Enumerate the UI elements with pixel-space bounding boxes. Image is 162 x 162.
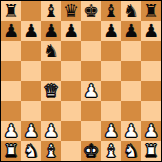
square-c5[interactable]	[41, 61, 61, 81]
square-b6[interactable]	[21, 41, 41, 61]
piece-white-pawn[interactable]: ♟	[143, 121, 159, 141]
chess-board: ♜♝♛♚♝♞♜♟♟♟♟♟♟♟♞♛♟♟♟♟♟♟♟♜♞♝♚♝♞♜	[0, 0, 162, 162]
square-c4[interactable]: ♛	[41, 81, 61, 101]
square-f2[interactable]: ♟	[101, 121, 121, 141]
square-a4[interactable]	[1, 81, 21, 101]
piece-white-rook[interactable]: ♜	[143, 141, 159, 161]
piece-white-queen[interactable]: ♛	[43, 81, 59, 101]
piece-white-pawn[interactable]: ♟	[23, 121, 39, 141]
square-a1[interactable]: ♜	[1, 141, 21, 161]
piece-white-rook[interactable]: ♜	[3, 141, 19, 161]
square-f8[interactable]: ♝	[101, 1, 121, 21]
piece-black-knight[interactable]: ♞	[43, 41, 59, 61]
square-a6[interactable]	[1, 41, 21, 61]
square-g3[interactable]	[121, 101, 141, 121]
square-c2[interactable]: ♟	[41, 121, 61, 141]
square-h5[interactable]	[141, 61, 161, 81]
square-g1[interactable]: ♞	[121, 141, 141, 161]
square-e3[interactable]	[81, 101, 101, 121]
piece-white-pawn[interactable]: ♟	[83, 81, 99, 101]
square-b8[interactable]	[21, 1, 41, 21]
square-h2[interactable]: ♟	[141, 121, 161, 141]
square-e2[interactable]	[81, 121, 101, 141]
square-h6[interactable]	[141, 41, 161, 61]
piece-white-knight[interactable]: ♞	[23, 141, 39, 161]
piece-black-bishop[interactable]: ♝	[43, 1, 59, 21]
square-h4[interactable]	[141, 81, 161, 101]
square-e5[interactable]	[81, 61, 101, 81]
square-h7[interactable]: ♟	[141, 21, 161, 41]
square-d6[interactable]	[61, 41, 81, 61]
square-b1[interactable]: ♞	[21, 141, 41, 161]
piece-black-pawn[interactable]: ♟	[23, 21, 39, 41]
piece-black-pawn[interactable]: ♟	[123, 21, 139, 41]
piece-black-king[interactable]: ♚	[83, 1, 99, 21]
piece-white-knight[interactable]: ♞	[123, 141, 139, 161]
square-h8[interactable]: ♜	[141, 1, 161, 21]
square-g6[interactable]	[121, 41, 141, 61]
square-f7[interactable]: ♟	[101, 21, 121, 41]
piece-black-pawn[interactable]: ♟	[3, 21, 19, 41]
square-f6[interactable]	[101, 41, 121, 61]
square-b4[interactable]	[21, 81, 41, 101]
square-g4[interactable]	[121, 81, 141, 101]
square-b7[interactable]: ♟	[21, 21, 41, 41]
square-e1[interactable]: ♚	[81, 141, 101, 161]
square-g8[interactable]: ♞	[121, 1, 141, 21]
square-c7[interactable]: ♟	[41, 21, 61, 41]
piece-black-pawn[interactable]: ♟	[143, 21, 159, 41]
square-d7[interactable]: ♟	[61, 21, 81, 41]
piece-white-pawn[interactable]: ♟	[3, 121, 19, 141]
square-f1[interactable]: ♝	[101, 141, 121, 161]
piece-white-king[interactable]: ♚	[83, 141, 99, 161]
square-a3[interactable]	[1, 101, 21, 121]
chess-board-grid: ♜♝♛♚♝♞♜♟♟♟♟♟♟♟♞♛♟♟♟♟♟♟♟♜♞♝♚♝♞♜	[1, 1, 161, 161]
square-d8[interactable]: ♛	[61, 1, 81, 21]
square-g2[interactable]: ♟	[121, 121, 141, 141]
square-d1[interactable]	[61, 141, 81, 161]
square-c6[interactable]: ♞	[41, 41, 61, 61]
square-d2[interactable]	[61, 121, 81, 141]
square-h3[interactable]	[141, 101, 161, 121]
square-d4[interactable]	[61, 81, 81, 101]
square-e8[interactable]: ♚	[81, 1, 101, 21]
piece-white-pawn[interactable]: ♟	[103, 121, 119, 141]
square-a8[interactable]: ♜	[1, 1, 21, 21]
square-d3[interactable]	[61, 101, 81, 121]
square-f4[interactable]	[101, 81, 121, 101]
square-c1[interactable]: ♝	[41, 141, 61, 161]
square-d5[interactable]	[61, 61, 81, 81]
piece-white-pawn[interactable]: ♟	[123, 121, 139, 141]
square-a2[interactable]: ♟	[1, 121, 21, 141]
square-a7[interactable]: ♟	[1, 21, 21, 41]
square-e6[interactable]	[81, 41, 101, 61]
piece-black-knight[interactable]: ♞	[123, 1, 139, 21]
square-c8[interactable]: ♝	[41, 1, 61, 21]
piece-black-pawn[interactable]: ♟	[63, 21, 79, 41]
square-b5[interactable]	[21, 61, 41, 81]
piece-black-queen[interactable]: ♛	[63, 1, 79, 21]
square-b3[interactable]	[21, 101, 41, 121]
piece-white-bishop[interactable]: ♝	[103, 141, 119, 161]
piece-white-pawn[interactable]: ♟	[43, 121, 59, 141]
piece-black-bishop[interactable]: ♝	[103, 1, 119, 21]
piece-black-pawn[interactable]: ♟	[103, 21, 119, 41]
piece-black-rook[interactable]: ♜	[143, 1, 159, 21]
square-c3[interactable]	[41, 101, 61, 121]
square-f3[interactable]	[101, 101, 121, 121]
square-e4[interactable]: ♟	[81, 81, 101, 101]
square-a5[interactable]	[1, 61, 21, 81]
square-g5[interactable]	[121, 61, 141, 81]
piece-white-bishop[interactable]: ♝	[43, 141, 59, 161]
square-h1[interactable]: ♜	[141, 141, 161, 161]
square-e7[interactable]	[81, 21, 101, 41]
piece-black-rook[interactable]: ♜	[3, 1, 19, 21]
piece-black-pawn[interactable]: ♟	[43, 21, 59, 41]
square-b2[interactable]: ♟	[21, 121, 41, 141]
square-f5[interactable]	[101, 61, 121, 81]
square-g7[interactable]: ♟	[121, 21, 141, 41]
